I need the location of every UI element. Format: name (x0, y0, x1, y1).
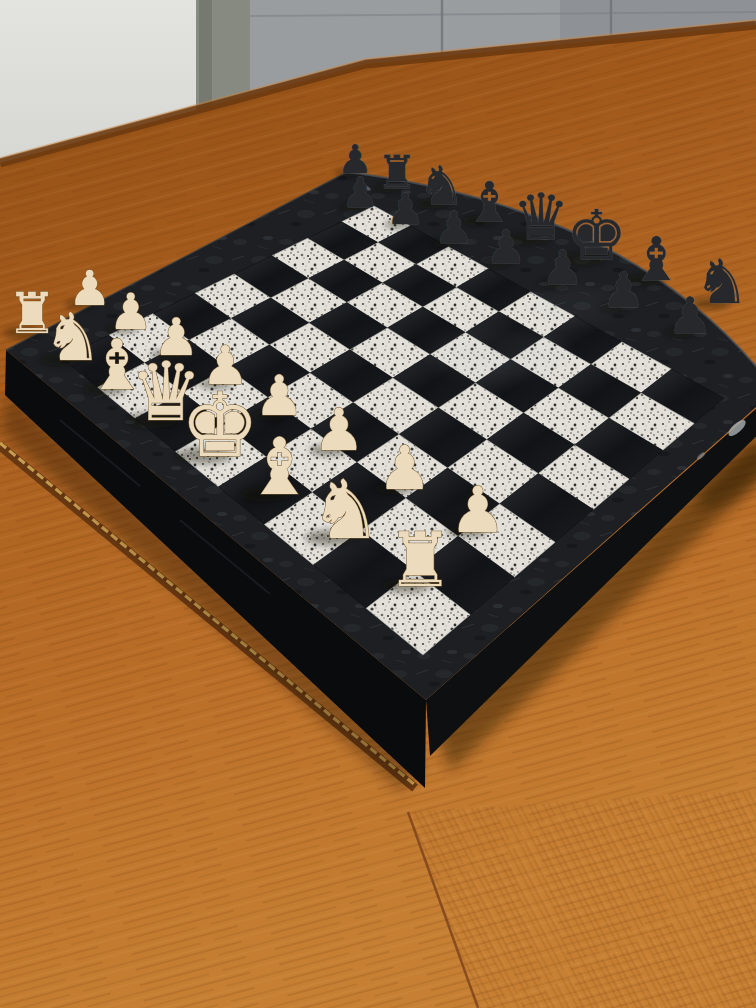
scene-canvas: ♟♜♞♟♝♟♛♟♚♟♝♟♞♟♟♟♟♜♟♞♟♝♟♛♟♚♟♝♟♞♜ (0, 0, 756, 1008)
piece-white-pawn-g2: ♟ (377, 433, 431, 503)
piece-white-bishop-f1: ♝ (244, 421, 314, 513)
piece-white-knight-g1: ♞ (309, 463, 382, 557)
piece-white-pawn-h2: ♟ (450, 473, 507, 547)
piece-black-pawn-b7: ♟ (342, 168, 380, 217)
piece-white-pawn-e2: ♟ (254, 363, 304, 428)
piece-black-pawn-d7: ♟ (434, 202, 474, 253)
piece-black-pawn-f7: ♟ (541, 240, 583, 295)
piece-black-pawn-h7: ♟ (668, 286, 713, 345)
piece-white-rook-h1: ♜ (386, 516, 453, 604)
piece-black-pawn-c7: ♟ (386, 184, 425, 234)
piece-white-pawn-f2: ♟ (313, 396, 365, 464)
piece-black-pawn-g7: ♟ (602, 262, 646, 318)
piece-black-pawn-e7: ♟ (486, 221, 527, 274)
photo-scene: ♟♜♞♟♝♟♛♟♚♟♝♟♞♟♟♟♟♜♟♞♟♝♟♛♟♚♟♝♟♞♜ (0, 0, 756, 1008)
